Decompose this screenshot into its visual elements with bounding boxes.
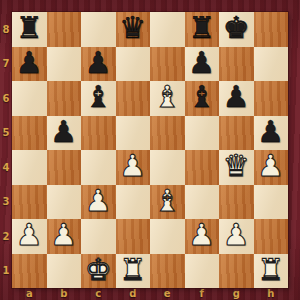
square-c2[interactable]: [81, 219, 116, 254]
square-e2[interactable]: [150, 219, 185, 254]
piece-white-pawn[interactable]: ♟: [119, 151, 146, 181]
rank-label-7: 7: [0, 47, 12, 82]
square-h4[interactable]: ♟: [254, 150, 289, 185]
file-label-b: b: [47, 288, 82, 300]
square-c1[interactable]: ♚: [81, 254, 116, 289]
piece-white-pawn[interactable]: ♟: [223, 220, 250, 250]
piece-black-queen[interactable]: ♛: [119, 13, 146, 43]
square-g5[interactable]: [219, 116, 254, 151]
square-f5[interactable]: [185, 116, 220, 151]
square-f3[interactable]: [185, 185, 220, 220]
square-a8[interactable]: ♜: [12, 12, 47, 47]
square-h6[interactable]: [254, 81, 289, 116]
square-d7[interactable]: [116, 47, 151, 82]
square-d4[interactable]: ♟: [116, 150, 151, 185]
square-c5[interactable]: [81, 116, 116, 151]
piece-white-pawn[interactable]: ♟: [16, 220, 43, 250]
piece-black-pawn[interactable]: ♟: [85, 48, 112, 78]
square-f6[interactable]: ♝: [185, 81, 220, 116]
piece-black-king[interactable]: ♚: [223, 13, 250, 43]
square-g6[interactable]: ♟: [219, 81, 254, 116]
piece-black-rook[interactable]: ♜: [16, 13, 43, 43]
square-g4[interactable]: ♛: [219, 150, 254, 185]
square-b2[interactable]: ♟: [47, 219, 82, 254]
square-a4[interactable]: [12, 150, 47, 185]
square-b3[interactable]: [47, 185, 82, 220]
file-label-a: a: [12, 288, 47, 300]
square-d2[interactable]: [116, 219, 151, 254]
square-h8[interactable]: [254, 12, 289, 47]
square-a1[interactable]: [12, 254, 47, 289]
square-f8[interactable]: ♜: [185, 12, 220, 47]
square-g2[interactable]: ♟: [219, 219, 254, 254]
file-label-f: f: [185, 288, 220, 300]
square-a2[interactable]: ♟: [12, 219, 47, 254]
square-d1[interactable]: ♜: [116, 254, 151, 289]
file-label-c: c: [81, 288, 116, 300]
square-a6[interactable]: [12, 81, 47, 116]
rank-label-4: 4: [0, 150, 12, 185]
file-label-g: g: [219, 288, 254, 300]
square-c8[interactable]: [81, 12, 116, 47]
square-h3[interactable]: [254, 185, 289, 220]
square-c6[interactable]: ♝: [81, 81, 116, 116]
square-b4[interactable]: [47, 150, 82, 185]
piece-black-pawn[interactable]: ♟: [223, 82, 250, 112]
square-d5[interactable]: [116, 116, 151, 151]
piece-white-rook[interactable]: ♜: [119, 255, 146, 285]
square-b5[interactable]: ♟: [47, 116, 82, 151]
piece-white-pawn[interactable]: ♟: [85, 186, 112, 216]
square-h7[interactable]: [254, 47, 289, 82]
square-h2[interactable]: [254, 219, 289, 254]
square-c3[interactable]: ♟: [81, 185, 116, 220]
piece-white-bishop[interactable]: ♝: [154, 186, 181, 216]
square-c4[interactable]: [81, 150, 116, 185]
square-b6[interactable]: [47, 81, 82, 116]
square-d6[interactable]: [116, 81, 151, 116]
square-f7[interactable]: ♟: [185, 47, 220, 82]
square-d8[interactable]: ♛: [116, 12, 151, 47]
chess-board: ♜♛♜♚♟♟♟♝♝♝♟♟♟♟♛♟♟♝♟♟♟♟♚♜♜: [12, 12, 288, 288]
rank-label-6: 6: [0, 81, 12, 116]
file-label-e: e: [150, 288, 185, 300]
square-f1[interactable]: [185, 254, 220, 289]
piece-black-pawn[interactable]: ♟: [257, 117, 284, 147]
square-a3[interactable]: [12, 185, 47, 220]
square-e6[interactable]: ♝: [150, 81, 185, 116]
piece-white-king[interactable]: ♚: [85, 255, 112, 285]
rank-label-3: 3: [0, 185, 12, 220]
rank-label-1: 1: [0, 254, 12, 289]
piece-black-pawn[interactable]: ♟: [188, 48, 215, 78]
square-b1[interactable]: [47, 254, 82, 289]
file-label-h: h: [254, 288, 289, 300]
square-e3[interactable]: ♝: [150, 185, 185, 220]
piece-black-pawn[interactable]: ♟: [50, 117, 77, 147]
square-f2[interactable]: ♟: [185, 219, 220, 254]
rank-label-2: 2: [0, 219, 12, 254]
square-h5[interactable]: ♟: [254, 116, 289, 151]
square-h1[interactable]: ♜: [254, 254, 289, 289]
square-a7[interactable]: ♟: [12, 47, 47, 82]
square-e5[interactable]: [150, 116, 185, 151]
square-e4[interactable]: [150, 150, 185, 185]
piece-white-pawn[interactable]: ♟: [188, 220, 215, 250]
chess-board-frame: 87654321 abcdefgh ♜♛♜♚♟♟♟♝♝♝♟♟♟♟♛♟♟♝♟♟♟♟…: [0, 0, 300, 300]
piece-white-pawn[interactable]: ♟: [257, 151, 284, 181]
square-g3[interactable]: [219, 185, 254, 220]
square-a5[interactable]: [12, 116, 47, 151]
square-d3[interactable]: [116, 185, 151, 220]
piece-white-bishop[interactable]: ♝: [154, 82, 181, 112]
square-f4[interactable]: [185, 150, 220, 185]
square-g1[interactable]: [219, 254, 254, 289]
piece-white-pawn[interactable]: ♟: [50, 220, 77, 250]
square-g8[interactable]: ♚: [219, 12, 254, 47]
square-e1[interactable]: [150, 254, 185, 289]
file-label-d: d: [116, 288, 151, 300]
piece-black-rook[interactable]: ♜: [188, 13, 215, 43]
square-c7[interactable]: ♟: [81, 47, 116, 82]
piece-black-pawn[interactable]: ♟: [16, 48, 43, 78]
piece-white-queen[interactable]: ♛: [223, 151, 250, 181]
piece-black-bishop[interactable]: ♝: [85, 82, 112, 112]
square-g7[interactable]: [219, 47, 254, 82]
square-b8[interactable]: [47, 12, 82, 47]
square-e7[interactable]: [150, 47, 185, 82]
square-e8[interactable]: [150, 12, 185, 47]
piece-white-rook[interactable]: ♜: [257, 255, 284, 285]
rank-label-8: 8: [0, 12, 12, 47]
square-b7[interactable]: [47, 47, 82, 82]
rank-label-5: 5: [0, 116, 12, 151]
piece-black-bishop[interactable]: ♝: [188, 82, 215, 112]
